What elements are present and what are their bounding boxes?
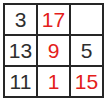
cell-r1c2[interactable]: 17 <box>38 5 69 34</box>
magic-square-board: 3 17 13 9 5 11 1 15 <box>3 3 104 98</box>
cell-r3c1: 11 <box>5 67 36 96</box>
cell-r3c2[interactable]: 1 <box>38 67 69 96</box>
cell-r2c1: 13 <box>5 36 36 65</box>
cell-r3c3[interactable]: 15 <box>71 67 102 96</box>
cell-r1c1: 3 <box>5 5 36 34</box>
cell-r2c3: 5 <box>71 36 102 65</box>
cell-r1c3[interactable] <box>71 5 102 34</box>
puzzle-area: 3 17 13 9 5 11 1 15 <box>0 0 109 98</box>
cell-r2c2[interactable]: 9 <box>38 36 69 65</box>
